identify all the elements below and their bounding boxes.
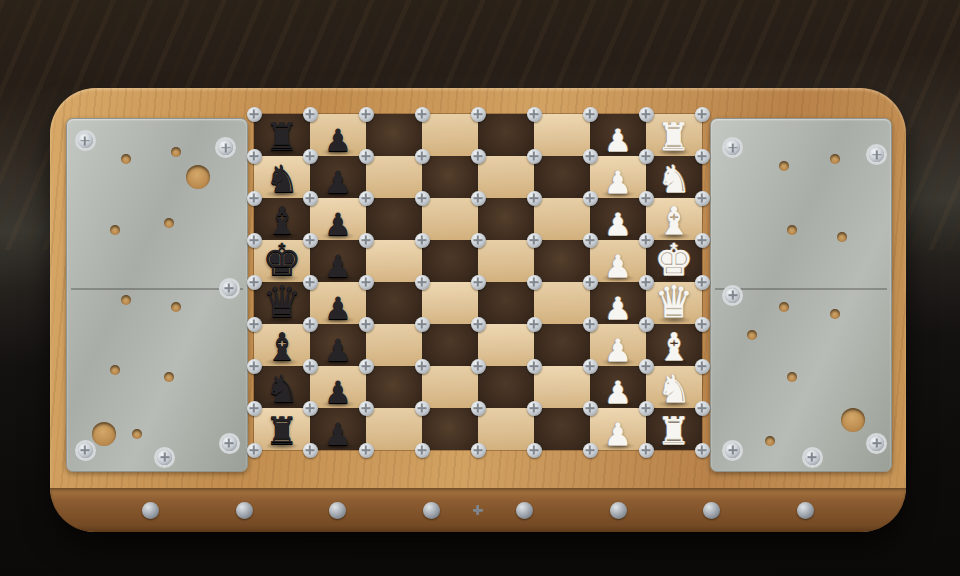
piece-white-pawn[interactable]: ♟ [604,251,632,282]
piece-white-pawn[interactable]: ♟ [604,335,632,366]
plate-hole [830,154,840,164]
square-a4[interactable] [478,408,534,450]
square-e4[interactable] [478,240,534,282]
square-a1[interactable]: ♜ [646,408,702,450]
square-h1[interactable]: ♜ [646,114,702,156]
piece-black-knight[interactable]: ♞ [265,160,299,198]
square-a7[interactable]: ♟ [310,408,366,450]
piece-black-pawn[interactable]: ♟ [324,251,352,282]
plate-hole [837,232,847,242]
plate-hole [787,372,797,382]
square-b4[interactable] [478,366,534,408]
screw-icon [218,140,233,155]
piece-white-pawn[interactable]: ♟ [604,419,632,450]
square-h8[interactable]: ♜ [254,114,310,156]
square-d4[interactable] [478,282,534,324]
screw-icon [329,502,346,519]
plate-hole [787,225,797,235]
screw-icon [869,436,884,451]
piece-black-rook[interactable]: ♜ [265,118,299,156]
square-f3[interactable] [534,198,590,240]
piece-black-pawn[interactable]: ♟ [324,293,352,324]
piece-white-pawn[interactable]: ♟ [604,209,632,240]
chess-board: ♜♟♟♜♞♟♟♞♝♟♟♝♚♟♟♚♛♟♟♛♝♟♟♝♞♟♟♞♜♟♟♜ [50,88,906,532]
square-f2[interactable]: ♟ [590,198,646,240]
square-b7[interactable]: ♟ [310,366,366,408]
square-c2[interactable]: ♟ [590,324,646,366]
piece-white-queen[interactable]: ♛ [654,280,693,324]
plate-hole [765,436,775,446]
screw-icon [516,502,533,519]
left-metal-plate [66,118,248,472]
piece-white-knight[interactable]: ♞ [657,370,691,408]
screw-icon [142,502,159,519]
square-b5[interactable] [422,366,478,408]
piece-white-rook[interactable]: ♜ [657,412,691,450]
plate-seam [715,288,888,290]
plate-hole [121,154,131,164]
piece-black-pawn[interactable]: ♟ [324,335,352,366]
screw-icon [222,436,237,451]
square-c5[interactable] [422,324,478,366]
screw-icon [78,443,93,458]
plate-hole [132,429,142,439]
piece-black-pawn[interactable]: ♟ [324,125,352,156]
plate-hole [164,218,174,228]
screw-icon [797,502,814,519]
piece-black-pawn[interactable]: ♟ [324,377,352,408]
square-b2[interactable]: ♟ [590,366,646,408]
screw-icon [703,502,720,519]
screw-icon [869,147,884,162]
square-f5[interactable] [422,198,478,240]
square-c3[interactable] [534,324,590,366]
square-g1[interactable]: ♞ [646,156,702,198]
plate-large-hole [841,408,865,432]
square-a5[interactable] [422,408,478,450]
screw-icon [78,133,93,148]
plate-hole [164,372,174,382]
plate-hole [121,295,131,305]
piece-black-pawn[interactable]: ♟ [324,167,352,198]
board-front-edge [50,488,906,532]
screw-icon [236,502,253,519]
checkerboard-area: ♜♟♟♜♞♟♟♞♝♟♟♝♚♟♟♚♛♟♟♛♝♟♟♝♞♟♟♞♜♟♟♜ [254,114,702,450]
square-g2[interactable]: ♟ [590,156,646,198]
square-a6[interactable] [366,408,422,450]
plate-large-hole [92,422,116,446]
square-f7[interactable]: ♟ [310,198,366,240]
plate-hole [171,302,181,312]
square-c8[interactable]: ♝ [254,324,310,366]
square-b1[interactable]: ♞ [646,366,702,408]
square-f6[interactable] [366,198,422,240]
plate-hole [110,365,120,375]
piece-black-pawn[interactable]: ♟ [324,419,352,450]
square-h7[interactable]: ♟ [310,114,366,156]
square-g3[interactable] [534,156,590,198]
square-e2[interactable]: ♟ [590,240,646,282]
screw-icon [222,281,237,296]
square-c7[interactable]: ♟ [310,324,366,366]
square-d5[interactable] [422,282,478,324]
square-g4[interactable] [478,156,534,198]
piece-white-knight[interactable]: ♞ [657,160,691,198]
square-c6[interactable] [366,324,422,366]
checkerboard: ♜♟♟♜♞♟♟♞♝♟♟♝♚♟♟♚♛♟♟♛♝♟♟♝♞♟♟♞♜♟♟♜ [254,114,702,450]
plate-seam [71,288,244,290]
plate-hole [830,309,840,319]
screw-icon [610,502,627,519]
square-d6[interactable] [366,282,422,324]
plate-hole [747,330,757,340]
piece-white-pawn[interactable]: ♟ [604,125,632,156]
square-g7[interactable]: ♟ [310,156,366,198]
right-metal-plate [710,118,892,472]
plate-large-hole [186,165,210,189]
piece-black-bishop[interactable]: ♝ [265,328,299,366]
square-c4[interactable] [478,324,534,366]
piece-black-rook[interactable]: ♜ [265,412,299,450]
square-e5[interactable] [422,240,478,282]
square-b8[interactable]: ♞ [254,366,310,408]
square-e6[interactable] [366,240,422,282]
piece-white-bishop[interactable]: ♝ [657,328,691,366]
screw-icon [157,450,172,465]
square-d1[interactable]: ♛ [646,282,702,324]
piece-white-pawn[interactable]: ♟ [604,293,632,324]
square-c1[interactable]: ♝ [646,324,702,366]
square-d3[interactable] [534,282,590,324]
square-b3[interactable] [534,366,590,408]
screw-icon [423,502,440,519]
square-h4[interactable] [478,114,534,156]
piece-white-rook[interactable]: ♜ [657,118,691,156]
piece-black-pawn[interactable]: ♟ [324,209,352,240]
square-a3[interactable] [534,408,590,450]
piece-white-pawn[interactable]: ♟ [604,167,632,198]
square-h2[interactable]: ♟ [590,114,646,156]
square-d7[interactable]: ♟ [310,282,366,324]
square-d8[interactable]: ♛ [254,282,310,324]
screw-icon [725,443,740,458]
square-g8[interactable]: ♞ [254,156,310,198]
square-a8[interactable]: ♜ [254,408,310,450]
plate-hole [779,302,789,312]
square-e3[interactable] [534,240,590,282]
piece-black-queen[interactable]: ♛ [262,280,301,324]
square-h5[interactable] [422,114,478,156]
square-h6[interactable] [366,114,422,156]
screw-icon [725,140,740,155]
plate-hole [171,147,181,157]
square-f4[interactable] [478,198,534,240]
piece-white-pawn[interactable]: ♟ [604,377,632,408]
square-e7[interactable]: ♟ [310,240,366,282]
square-a2[interactable]: ♟ [590,408,646,450]
piece-black-knight[interactable]: ♞ [265,370,299,408]
square-b6[interactable] [366,366,422,408]
screw-icon [805,450,820,465]
screw-icon [725,288,740,303]
square-d2[interactable]: ♟ [590,282,646,324]
square-g6[interactable] [366,156,422,198]
plate-hole [110,225,120,235]
square-g5[interactable] [422,156,478,198]
plate-hole [779,161,789,171]
square-h3[interactable] [534,114,590,156]
